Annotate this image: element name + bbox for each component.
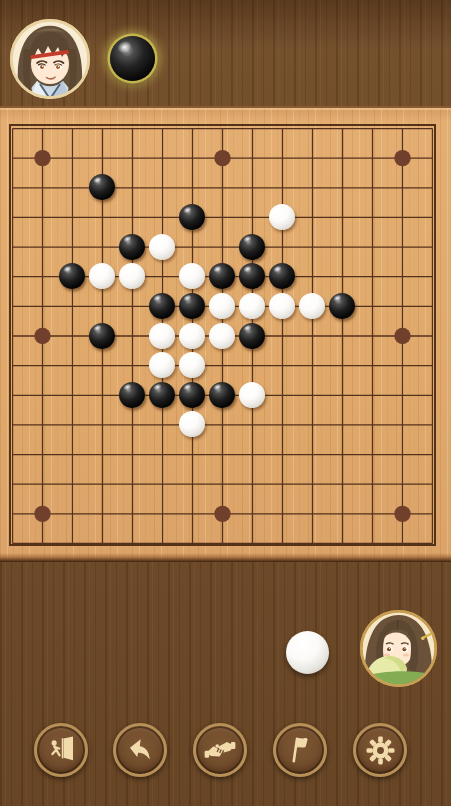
- white-stone: [239, 293, 265, 319]
- black-stone: [239, 263, 265, 289]
- exit-button[interactable]: [34, 723, 88, 777]
- black-stone: [329, 293, 355, 319]
- gomoku-game-screen: [0, 0, 451, 806]
- white-stone: [149, 352, 175, 378]
- stones-layer: [0, 108, 451, 562]
- white-stone: [209, 323, 235, 349]
- black-stone: [149, 382, 175, 408]
- resign-button[interactable]: [273, 723, 327, 777]
- white-stone: [179, 323, 205, 349]
- white-stone: [299, 293, 325, 319]
- black-stone: [119, 382, 145, 408]
- white-stone: [209, 293, 235, 319]
- black-stone: [59, 263, 85, 289]
- black-stone: [119, 234, 145, 260]
- black-stone: [149, 293, 175, 319]
- undo-button[interactable]: [113, 723, 167, 777]
- top-player-avatar[interactable]: [10, 19, 90, 99]
- black-stone: [209, 382, 235, 408]
- white-stone: [179, 263, 205, 289]
- handshake-icon: [204, 734, 236, 766]
- bottom-player-white-stone-indicator: [286, 631, 329, 674]
- flag-icon: [285, 735, 315, 765]
- white-stone: [89, 263, 115, 289]
- undo-arrow-icon: [125, 735, 155, 765]
- white-stone: [239, 382, 265, 408]
- male-avatar-art: [10, 19, 90, 99]
- white-stone: [179, 411, 205, 437]
- black-stone: [179, 204, 205, 230]
- black-stone: [89, 174, 115, 200]
- white-stone: [119, 263, 145, 289]
- game-board[interactable]: [0, 106, 451, 562]
- white-stone: [179, 352, 205, 378]
- door-exit-icon: [46, 735, 76, 765]
- black-stone: [269, 263, 295, 289]
- black-stone: [239, 323, 265, 349]
- bottom-player-avatar[interactable]: [360, 610, 437, 687]
- female-avatar-art: [360, 610, 437, 687]
- black-stone: [89, 323, 115, 349]
- black-stone: [179, 293, 205, 319]
- white-stone: [269, 204, 295, 230]
- black-stone: [179, 382, 205, 408]
- white-stone: [149, 234, 175, 260]
- black-stone: [239, 234, 265, 260]
- white-stone: [149, 323, 175, 349]
- gear-icon: [365, 735, 396, 766]
- white-stone: [269, 293, 295, 319]
- black-stone: [209, 263, 235, 289]
- draw-offer-button[interactable]: [193, 723, 247, 777]
- top-player-black-stone-turn-indicator: [110, 36, 155, 81]
- settings-button[interactable]: [353, 723, 407, 777]
